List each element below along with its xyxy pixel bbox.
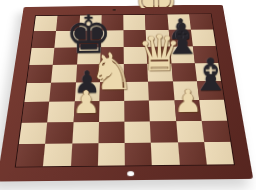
square-b2[interactable]	[45, 122, 73, 144]
square-d4[interactable]: ♞	[99, 82, 124, 101]
square-c3[interactable]: ♟	[73, 101, 99, 121]
square-d1[interactable]	[98, 143, 125, 166]
square-g1[interactable]	[177, 142, 206, 165]
square-a6[interactable]	[29, 47, 54, 64]
square-f1[interactable]	[151, 142, 179, 165]
square-g2[interactable]	[176, 120, 204, 142]
square-h3[interactable]	[199, 100, 227, 120]
square-f2[interactable]	[150, 121, 177, 143]
square-b3[interactable]	[47, 102, 74, 122]
square-e2[interactable]	[124, 121, 151, 143]
square-e1[interactable]	[125, 142, 152, 165]
board-grid: ♚♟♚♝♛♟♞♝♟♟	[16, 14, 234, 166]
square-a2[interactable]	[19, 122, 47, 144]
square-f4[interactable]	[148, 81, 174, 100]
square-a8[interactable]	[34, 16, 58, 32]
front-rail-logo-dot	[127, 171, 134, 176]
square-d3[interactable]	[99, 101, 125, 121]
square-d2[interactable]	[98, 121, 124, 143]
square-a5[interactable]	[27, 65, 53, 83]
square-c1[interactable]	[70, 143, 98, 166]
square-a4[interactable]	[24, 83, 51, 102]
square-e3[interactable]	[124, 101, 150, 121]
top-rail-dot	[113, 9, 117, 11]
square-a1[interactable]	[16, 144, 45, 167]
chess-board: ♚♟♚♝♛♟♞♝♟♟	[0, 5, 253, 182]
white-pawn-g3[interactable]: ♟	[174, 86, 203, 115]
square-c2[interactable]	[72, 122, 99, 144]
square-a3[interactable]	[22, 102, 50, 122]
square-a7[interactable]	[32, 31, 57, 48]
square-b1[interactable]	[43, 143, 72, 166]
square-f3[interactable]	[149, 101, 176, 121]
square-g3[interactable]: ♟	[174, 100, 201, 120]
square-h2[interactable]	[201, 120, 230, 142]
square-h1[interactable]	[204, 142, 234, 165]
square-f5[interactable]: ♛	[147, 63, 172, 81]
white-pawn-c3[interactable]: ♟	[72, 87, 101, 116]
white-queen-f5[interactable]: ♛	[137, 32, 182, 77]
chess-photo-scene: ♚♟♚♝♛♟♞♝♟♟	[0, 0, 256, 190]
